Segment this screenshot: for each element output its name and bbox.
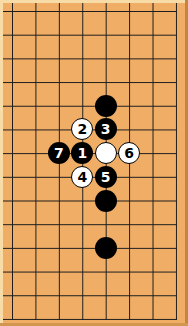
- stone-move-number: 6: [124, 146, 134, 160]
- stone-black: [95, 190, 117, 212]
- stone-black-move-7: 7: [48, 142, 70, 164]
- board-frame-left: [0, 0, 3, 326]
- stone-move-number: 5: [101, 170, 111, 184]
- stone-white-move-4: 4: [71, 166, 93, 188]
- stone-white-move-2: 2: [71, 118, 93, 140]
- stone-white-move-6: 6: [118, 142, 140, 164]
- stone-white: [95, 142, 117, 164]
- stone-move-number: 7: [54, 146, 64, 160]
- stone-move-number: 2: [77, 122, 87, 136]
- board-frame-right: [185, 0, 188, 326]
- stone-move-number: 3: [101, 122, 111, 136]
- stone-black-move-1: 1: [71, 142, 93, 164]
- stones-layer: 2371645: [0, 0, 187, 326]
- stone-black: [95, 95, 117, 117]
- stone-move-number: 1: [77, 146, 87, 160]
- stone-black-move-5: 5: [95, 166, 117, 188]
- stone-black: [95, 237, 117, 259]
- stone-black-move-3: 3: [95, 118, 117, 140]
- go-board: 2371645: [0, 0, 188, 326]
- board-frame-top: [0, 0, 188, 3]
- stone-move-number: 4: [77, 170, 87, 184]
